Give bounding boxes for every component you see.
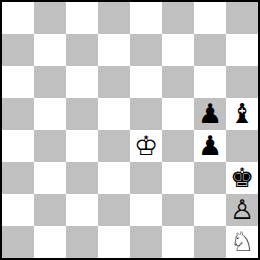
square-d1[interactable] xyxy=(98,226,130,258)
square-d3[interactable] xyxy=(98,162,130,194)
square-g5[interactable]: ♟ xyxy=(194,98,226,130)
square-h7[interactable] xyxy=(226,34,258,66)
square-a3[interactable] xyxy=(2,162,34,194)
chess-diagram: ♟♝♔♟♚♙♘ xyxy=(0,0,260,260)
square-g6[interactable] xyxy=(194,66,226,98)
piece-white-knight: ♘ xyxy=(230,226,254,258)
square-b6[interactable] xyxy=(34,66,66,98)
square-e8[interactable] xyxy=(130,2,162,34)
square-d4[interactable] xyxy=(98,130,130,162)
piece-black-pawn: ♟ xyxy=(198,98,222,130)
square-g2[interactable] xyxy=(194,194,226,226)
square-h3[interactable]: ♚ xyxy=(226,162,258,194)
square-a7[interactable] xyxy=(2,34,34,66)
square-b2[interactable] xyxy=(34,194,66,226)
square-g8[interactable] xyxy=(194,2,226,34)
square-d6[interactable] xyxy=(98,66,130,98)
piece-black-king: ♚ xyxy=(230,162,254,194)
square-c3[interactable] xyxy=(66,162,98,194)
square-h2[interactable]: ♙ xyxy=(226,194,258,226)
piece-black-pawn: ♟ xyxy=(198,130,222,162)
square-b8[interactable] xyxy=(34,2,66,34)
square-a2[interactable] xyxy=(2,194,34,226)
square-h6[interactable] xyxy=(226,66,258,98)
square-a6[interactable] xyxy=(2,66,34,98)
square-h8[interactable] xyxy=(226,2,258,34)
square-f3[interactable] xyxy=(162,162,194,194)
square-c6[interactable] xyxy=(66,66,98,98)
square-b3[interactable] xyxy=(34,162,66,194)
square-d7[interactable] xyxy=(98,34,130,66)
square-c5[interactable] xyxy=(66,98,98,130)
square-c1[interactable] xyxy=(66,226,98,258)
square-b4[interactable] xyxy=(34,130,66,162)
square-f7[interactable] xyxy=(162,34,194,66)
square-e7[interactable] xyxy=(130,34,162,66)
square-g7[interactable] xyxy=(194,34,226,66)
piece-white-king: ♔ xyxy=(134,130,158,162)
square-a8[interactable] xyxy=(2,2,34,34)
square-a4[interactable] xyxy=(2,130,34,162)
square-f4[interactable] xyxy=(162,130,194,162)
square-e2[interactable] xyxy=(130,194,162,226)
square-g4[interactable]: ♟ xyxy=(194,130,226,162)
square-f5[interactable] xyxy=(162,98,194,130)
square-e6[interactable] xyxy=(130,66,162,98)
square-e3[interactable] xyxy=(130,162,162,194)
piece-white-pawn: ♙ xyxy=(230,194,254,226)
square-b1[interactable] xyxy=(34,226,66,258)
square-a1[interactable] xyxy=(2,226,34,258)
square-d5[interactable] xyxy=(98,98,130,130)
square-e4[interactable]: ♔ xyxy=(130,130,162,162)
square-c8[interactable] xyxy=(66,2,98,34)
square-b5[interactable] xyxy=(34,98,66,130)
square-f8[interactable] xyxy=(162,2,194,34)
square-h5[interactable]: ♝ xyxy=(226,98,258,130)
piece-black-bishop: ♝ xyxy=(230,98,254,130)
square-c7[interactable] xyxy=(66,34,98,66)
square-h4[interactable] xyxy=(226,130,258,162)
square-d8[interactable] xyxy=(98,2,130,34)
square-g3[interactable] xyxy=(194,162,226,194)
square-a5[interactable] xyxy=(2,98,34,130)
square-f6[interactable] xyxy=(162,66,194,98)
square-c4[interactable] xyxy=(66,130,98,162)
square-e5[interactable] xyxy=(130,98,162,130)
square-d2[interactable] xyxy=(98,194,130,226)
chess-board: ♟♝♔♟♚♙♘ xyxy=(0,0,260,260)
square-f2[interactable] xyxy=(162,194,194,226)
square-c2[interactable] xyxy=(66,194,98,226)
square-h1[interactable]: ♘ xyxy=(226,226,258,258)
square-g1[interactable] xyxy=(194,226,226,258)
square-e1[interactable] xyxy=(130,226,162,258)
square-b7[interactable] xyxy=(34,34,66,66)
square-f1[interactable] xyxy=(162,226,194,258)
